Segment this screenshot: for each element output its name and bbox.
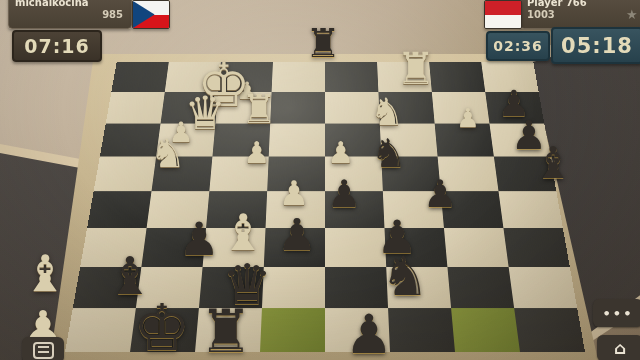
more-options-icon: ••• bbox=[603, 306, 634, 321]
indonesia-flag-icon bbox=[484, 0, 522, 29]
board-square[interactable] bbox=[272, 62, 325, 92]
black-k-g8[interactable]: ♚ bbox=[133, 296, 190, 360]
black-r-f8[interactable]: ♜ bbox=[199, 301, 253, 360]
board-square[interactable] bbox=[388, 308, 455, 352]
board-square[interactable] bbox=[325, 267, 388, 308]
captured-black-b: ♝ bbox=[533, 141, 572, 185]
board-square[interactable] bbox=[65, 308, 136, 352]
more-options-button[interactable]: ••• bbox=[593, 299, 640, 327]
white-n-c3[interactable]: ♞ bbox=[370, 93, 404, 131]
player-right-rating: 1003 bbox=[521, 8, 640, 20]
board-square[interactable] bbox=[503, 228, 569, 267]
black-p-d5[interactable]: ♟ bbox=[327, 175, 361, 213]
board-square[interactable] bbox=[514, 308, 585, 352]
board-square[interactable] bbox=[447, 267, 514, 308]
player-left-rating: 985 bbox=[9, 8, 131, 20]
move-timer-right: 02:36 bbox=[486, 31, 550, 61]
clock-right-player: 05:18 bbox=[551, 27, 640, 64]
white-b-f6[interactable]: ♝ bbox=[221, 208, 266, 258]
home-icon: ⌂ bbox=[614, 338, 626, 358]
white-n-g4[interactable]: ♞ bbox=[150, 133, 186, 173]
board-square[interactable] bbox=[451, 308, 520, 352]
captured-white-b: ♝ bbox=[23, 249, 68, 299]
player-card-left: michalkocina 985 bbox=[8, 0, 132, 29]
black-n-d6[interactable]: ♞ bbox=[381, 250, 429, 304]
white-p-d4[interactable]: ♟ bbox=[328, 138, 355, 168]
board-square[interactable] bbox=[325, 62, 378, 92]
black-p-c7[interactable]: ♟ bbox=[345, 308, 393, 360]
home-button[interactable]: ⌂ bbox=[597, 335, 640, 360]
board-square[interactable] bbox=[94, 157, 156, 192]
board-square[interactable] bbox=[269, 124, 325, 157]
board-square[interactable] bbox=[111, 62, 168, 92]
clock-left-player: 07:16 bbox=[12, 30, 102, 62]
white-p-b3[interactable]: ♟ bbox=[456, 105, 479, 131]
white-p-e5[interactable]: ♟ bbox=[279, 176, 309, 210]
board-square[interactable] bbox=[87, 191, 151, 228]
black-p-g6[interactable]: ♟ bbox=[178, 216, 219, 262]
white-r-c1[interactable]: ♜ bbox=[396, 47, 435, 91]
board-square[interactable] bbox=[444, 228, 509, 267]
black-n-c4[interactable]: ♞ bbox=[371, 133, 407, 173]
board-square[interactable] bbox=[429, 62, 485, 92]
board-square[interactable] bbox=[106, 92, 165, 123]
czech-flag-icon bbox=[132, 0, 170, 29]
board-square[interactable] bbox=[270, 92, 325, 123]
board-square[interactable] bbox=[499, 191, 563, 228]
black-r-e1[interactable]: ♜ bbox=[305, 23, 341, 63]
player-right-name: Player 766 bbox=[521, 0, 640, 8]
black-p-e6[interactable]: ♟ bbox=[277, 213, 316, 257]
star-icon: ★ bbox=[626, 7, 638, 22]
board-square[interactable] bbox=[509, 267, 578, 308]
menu-list-icon bbox=[33, 342, 54, 359]
white-p-f4[interactable]: ♟ bbox=[244, 138, 271, 168]
white-r-f2[interactable]: ♜ bbox=[241, 89, 277, 129]
black-p-b5[interactable]: ♟ bbox=[423, 175, 457, 213]
player-left-name: michalkocina bbox=[9, 0, 131, 8]
player-card-right: Player 766 1003 bbox=[520, 0, 640, 29]
menu-button[interactable] bbox=[22, 337, 64, 360]
